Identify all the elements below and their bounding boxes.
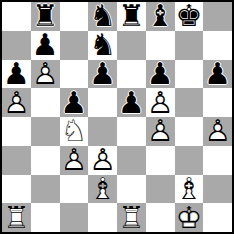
square-g1[interactable]: ♚♔ (175, 203, 204, 232)
square-a6[interactable]: ♟ (2, 60, 31, 89)
square-d5[interactable] (88, 88, 117, 117)
square-h3[interactable] (203, 146, 232, 175)
square-a1[interactable]: ♜♖ (2, 203, 31, 232)
white-knight-fill: ♞ (60, 117, 89, 146)
square-h8[interactable] (203, 2, 232, 31)
square-d6[interactable]: ♟ (88, 60, 117, 89)
square-b1[interactable] (31, 203, 60, 232)
square-c2[interactable] (60, 175, 89, 204)
white-pawn-fill: ♟ (31, 60, 60, 89)
square-g6[interactable] (175, 60, 204, 89)
white-pawn: ♙ (146, 117, 175, 146)
square-h5[interactable] (203, 88, 232, 117)
white-bishop-fill: ♝ (175, 175, 204, 204)
square-g4[interactable] (175, 117, 204, 146)
square-c6[interactable] (60, 60, 89, 89)
square-g7[interactable] (175, 31, 204, 60)
square-a5[interactable]: ♟♙ (2, 88, 31, 117)
black-pawn: ♟ (88, 60, 117, 89)
white-pawn-fill: ♟ (2, 88, 31, 117)
black-rook: ♜ (117, 2, 146, 31)
white-pawn: ♙ (31, 60, 60, 89)
black-king: ♚ (175, 2, 204, 31)
square-h2[interactable] (203, 175, 232, 204)
square-h4[interactable]: ♟♙ (203, 117, 232, 146)
square-d2[interactable]: ♝♗ (88, 175, 117, 204)
black-bishop: ♝ (146, 2, 175, 31)
white-pawn: ♙ (88, 146, 117, 175)
square-b6[interactable]: ♟♙ (31, 60, 60, 89)
square-c3[interactable]: ♟♙ (60, 146, 89, 175)
square-b2[interactable] (31, 175, 60, 204)
square-e5[interactable]: ♟ (117, 88, 146, 117)
white-rook-fill: ♜ (2, 203, 31, 232)
square-e2[interactable] (117, 175, 146, 204)
square-d4[interactable] (88, 117, 117, 146)
square-h1[interactable] (203, 203, 232, 232)
black-pawn: ♟ (146, 60, 175, 89)
square-f4[interactable]: ♟♙ (146, 117, 175, 146)
white-pawn-fill: ♟ (203, 117, 232, 146)
black-pawn: ♟ (31, 31, 60, 60)
square-c4[interactable]: ♞♘ (60, 117, 89, 146)
black-knight: ♞ (88, 2, 117, 31)
white-rook: ♖ (2, 203, 31, 232)
white-bishop: ♗ (88, 175, 117, 204)
square-c5[interactable]: ♟ (60, 88, 89, 117)
black-knight: ♞ (88, 31, 117, 60)
square-a2[interactable] (2, 175, 31, 204)
square-d1[interactable] (88, 203, 117, 232)
white-king-fill: ♚ (175, 203, 204, 232)
square-f1[interactable] (146, 203, 175, 232)
white-pawn-fill: ♟ (60, 146, 89, 175)
black-pawn: ♟ (60, 88, 89, 117)
white-rook: ♖ (117, 203, 146, 232)
square-f3[interactable] (146, 146, 175, 175)
square-g3[interactable] (175, 146, 204, 175)
square-f5[interactable]: ♟♙ (146, 88, 175, 117)
square-d8[interactable]: ♞ (88, 2, 117, 31)
square-h6[interactable]: ♟ (203, 60, 232, 89)
white-pawn: ♙ (203, 117, 232, 146)
square-d3[interactable]: ♟♙ (88, 146, 117, 175)
square-f2[interactable] (146, 175, 175, 204)
white-pawn: ♙ (2, 88, 31, 117)
square-f8[interactable]: ♝ (146, 2, 175, 31)
white-rook-fill: ♜ (117, 203, 146, 232)
white-pawn: ♙ (146, 88, 175, 117)
square-g2[interactable]: ♝♗ (175, 175, 204, 204)
square-e4[interactable] (117, 117, 146, 146)
square-e7[interactable] (117, 31, 146, 60)
square-b3[interactable] (31, 146, 60, 175)
black-pawn: ♟ (117, 88, 146, 117)
square-a7[interactable] (2, 31, 31, 60)
square-f7[interactable] (146, 31, 175, 60)
square-b7[interactable]: ♟ (31, 31, 60, 60)
white-pawn: ♙ (60, 146, 89, 175)
square-a8[interactable] (2, 2, 31, 31)
white-pawn-fill: ♟ (146, 117, 175, 146)
square-c7[interactable] (60, 31, 89, 60)
square-f6[interactable]: ♟ (146, 60, 175, 89)
square-e3[interactable] (117, 146, 146, 175)
square-e6[interactable] (117, 60, 146, 89)
square-b8[interactable]: ♜ (31, 2, 60, 31)
white-pawn-fill: ♟ (146, 88, 175, 117)
square-d7[interactable]: ♞ (88, 31, 117, 60)
white-knight: ♘ (60, 117, 89, 146)
white-pawn-fill: ♟ (88, 146, 117, 175)
square-g5[interactable] (175, 88, 204, 117)
white-bishop: ♗ (175, 175, 204, 204)
square-a4[interactable] (2, 117, 31, 146)
white-king: ♔ (175, 203, 204, 232)
square-a3[interactable] (2, 146, 31, 175)
square-c1[interactable] (60, 203, 89, 232)
black-pawn: ♟ (2, 60, 31, 89)
square-e1[interactable]: ♜♖ (117, 203, 146, 232)
square-e8[interactable]: ♜ (117, 2, 146, 31)
chess-board: ♜♞♜♝♚♟♞♟♟♙♟♟♟♟♙♟♟♟♙♞♘♟♙♟♙♟♙♟♙♝♗♝♗♜♖♜♖♚♔ (0, 0, 234, 234)
square-b5[interactable] (31, 88, 60, 117)
white-bishop-fill: ♝ (88, 175, 117, 204)
square-h7[interactable] (203, 31, 232, 60)
square-b4[interactable] (31, 117, 60, 146)
black-pawn: ♟ (203, 60, 232, 89)
square-c8[interactable] (60, 2, 89, 31)
black-rook: ♜ (31, 2, 60, 31)
square-g8[interactable]: ♚ (175, 2, 204, 31)
